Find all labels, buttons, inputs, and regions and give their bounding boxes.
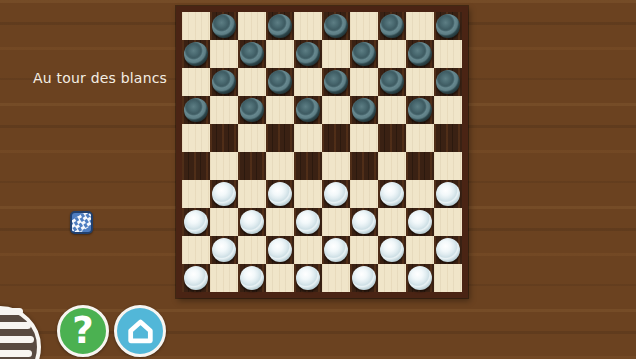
square-r1c9 <box>406 12 434 40</box>
square-r4c1[interactable] <box>182 96 210 124</box>
square-r1c1 <box>182 12 210 40</box>
square-r7c3 <box>238 180 266 208</box>
black-piece[interactable] <box>184 98 208 122</box>
square-r9c1 <box>182 236 210 264</box>
square-r1c3 <box>238 12 266 40</box>
square-r8c9[interactable] <box>406 208 434 236</box>
black-piece[interactable] <box>240 98 264 122</box>
square-r1c6[interactable] <box>322 12 350 40</box>
square-r2c7[interactable] <box>350 40 378 68</box>
square-r9c8[interactable] <box>378 236 406 264</box>
square-r8c6 <box>322 208 350 236</box>
square-r2c5[interactable] <box>294 40 322 68</box>
checkers-board <box>176 6 468 298</box>
white-piece[interactable] <box>408 210 432 234</box>
turn-status-text: Au tour des blancs <box>33 70 167 86</box>
white-piece[interactable] <box>436 238 460 262</box>
black-piece[interactable] <box>184 42 208 66</box>
square-r4c8 <box>378 96 406 124</box>
square-r10c5[interactable] <box>294 264 322 292</box>
square-r1c2[interactable] <box>210 12 238 40</box>
white-piece[interactable] <box>296 266 320 290</box>
black-piece[interactable] <box>268 70 292 94</box>
black-piece[interactable] <box>296 98 320 122</box>
square-r10c4 <box>266 264 294 292</box>
square-r9c6[interactable] <box>322 236 350 264</box>
black-piece[interactable] <box>212 14 236 38</box>
square-r3c2[interactable] <box>210 68 238 96</box>
square-r2c2 <box>210 40 238 68</box>
square-r9c5 <box>294 236 322 264</box>
square-r10c1[interactable] <box>182 264 210 292</box>
white-piece[interactable] <box>324 182 348 206</box>
square-r6c7[interactable] <box>350 152 378 180</box>
square-r2c8 <box>378 40 406 68</box>
square-r1c10[interactable] <box>434 12 462 40</box>
square-r8c2 <box>210 208 238 236</box>
black-piece[interactable] <box>352 42 376 66</box>
square-r7c5 <box>294 180 322 208</box>
square-r8c1[interactable] <box>182 208 210 236</box>
square-r5c9 <box>406 124 434 152</box>
hamburger-icon <box>0 322 31 329</box>
square-r4c6 <box>322 96 350 124</box>
white-piece[interactable] <box>240 266 264 290</box>
square-r3c6[interactable] <box>322 68 350 96</box>
square-r7c2[interactable] <box>210 180 238 208</box>
white-piece[interactable] <box>324 238 348 262</box>
square-r6c8 <box>378 152 406 180</box>
square-r2c9[interactable] <box>406 40 434 68</box>
square-r8c8 <box>378 208 406 236</box>
square-r7c9 <box>406 180 434 208</box>
black-piece[interactable] <box>380 70 404 94</box>
square-r7c1 <box>182 180 210 208</box>
white-piece[interactable] <box>184 210 208 234</box>
white-piece[interactable] <box>268 182 292 206</box>
square-r4c10 <box>434 96 462 124</box>
black-piece[interactable] <box>380 14 404 38</box>
home-button[interactable] <box>114 305 166 357</box>
square-r9c10[interactable] <box>434 236 462 264</box>
square-r5c5 <box>294 124 322 152</box>
square-r7c8[interactable] <box>378 180 406 208</box>
square-r5c1 <box>182 124 210 152</box>
square-r5c3 <box>238 124 266 152</box>
square-r1c7 <box>350 12 378 40</box>
black-piece[interactable] <box>240 42 264 66</box>
square-r2c1[interactable] <box>182 40 210 68</box>
square-r2c10 <box>434 40 462 68</box>
square-r3c8[interactable] <box>378 68 406 96</box>
square-r3c5 <box>294 68 322 96</box>
square-r5c10[interactable] <box>434 124 462 152</box>
square-r7c6[interactable] <box>322 180 350 208</box>
square-r6c2 <box>210 152 238 180</box>
square-r6c10 <box>434 152 462 180</box>
black-piece[interactable] <box>296 42 320 66</box>
black-piece[interactable] <box>212 70 236 94</box>
square-r7c10[interactable] <box>434 180 462 208</box>
square-r4c4 <box>266 96 294 124</box>
square-r5c7 <box>350 124 378 152</box>
white-piece[interactable] <box>380 238 404 262</box>
square-r5c6[interactable] <box>322 124 350 152</box>
square-r3c10[interactable] <box>434 68 462 96</box>
white-piece[interactable] <box>240 210 264 234</box>
black-piece[interactable] <box>324 70 348 94</box>
black-piece[interactable] <box>352 98 376 122</box>
square-r4c3[interactable] <box>238 96 266 124</box>
square-r1c5 <box>294 12 322 40</box>
square-r2c3[interactable] <box>238 40 266 68</box>
square-r8c5[interactable] <box>294 208 322 236</box>
white-piece[interactable] <box>352 210 376 234</box>
black-piece[interactable] <box>268 14 292 38</box>
square-r1c8[interactable] <box>378 12 406 40</box>
question-mark-icon: ? <box>72 312 93 349</box>
square-r6c3[interactable] <box>238 152 266 180</box>
square-r10c9[interactable] <box>406 264 434 292</box>
square-r9c4[interactable] <box>266 236 294 264</box>
square-r9c2[interactable] <box>210 236 238 264</box>
square-r3c1 <box>182 68 210 96</box>
square-r4c2 <box>210 96 238 124</box>
square-r9c7 <box>350 236 378 264</box>
square-r5c8[interactable] <box>378 124 406 152</box>
square-r6c6 <box>322 152 350 180</box>
square-r10c7[interactable] <box>350 264 378 292</box>
square-r3c9 <box>406 68 434 96</box>
square-r1c4[interactable] <box>266 12 294 40</box>
help-button[interactable]: ? <box>57 305 109 357</box>
white-piece[interactable] <box>352 266 376 290</box>
square-r9c3 <box>238 236 266 264</box>
square-r4c9[interactable] <box>406 96 434 124</box>
square-r6c1[interactable] <box>182 152 210 180</box>
square-r10c6 <box>322 264 350 292</box>
white-piece[interactable] <box>408 266 432 290</box>
black-piece[interactable] <box>408 42 432 66</box>
square-r7c7 <box>350 180 378 208</box>
square-r2c4 <box>266 40 294 68</box>
square-r8c3[interactable] <box>238 208 266 236</box>
square-r9c9 <box>406 236 434 264</box>
white-piece[interactable] <box>296 210 320 234</box>
black-piece[interactable] <box>436 14 460 38</box>
square-r2c6 <box>322 40 350 68</box>
square-r8c10 <box>434 208 462 236</box>
white-piece[interactable] <box>268 238 292 262</box>
square-r6c5[interactable] <box>294 152 322 180</box>
square-r5c4[interactable] <box>266 124 294 152</box>
square-r6c4 <box>266 152 294 180</box>
square-r10c8 <box>378 264 406 292</box>
square-r10c10 <box>434 264 462 292</box>
game-table-background: Au tour des blancs ? <box>0 0 636 359</box>
square-r8c4 <box>266 208 294 236</box>
hamburger-icon <box>0 308 23 315</box>
white-piece[interactable] <box>380 182 404 206</box>
square-r7c4[interactable] <box>266 180 294 208</box>
square-r6c9[interactable] <box>406 152 434 180</box>
square-r8c7[interactable] <box>350 208 378 236</box>
square-r3c3 <box>238 68 266 96</box>
square-r3c4[interactable] <box>266 68 294 96</box>
white-piece[interactable] <box>212 238 236 262</box>
black-piece[interactable] <box>436 70 460 94</box>
white-piece[interactable] <box>436 182 460 206</box>
white-piece[interactable] <box>212 182 236 206</box>
hamburger-icon <box>0 336 34 343</box>
square-r4c5[interactable] <box>294 96 322 124</box>
square-r10c2 <box>210 264 238 292</box>
black-piece[interactable] <box>408 98 432 122</box>
square-r3c7 <box>350 68 378 96</box>
white-piece[interactable] <box>184 266 208 290</box>
square-r4c7[interactable] <box>350 96 378 124</box>
black-piece[interactable] <box>324 14 348 38</box>
home-icon <box>125 316 156 347</box>
hamburger-icon <box>0 350 32 357</box>
checkerboard-icon <box>70 211 93 234</box>
square-r5c2[interactable] <box>210 124 238 152</box>
square-r10c3[interactable] <box>238 264 266 292</box>
